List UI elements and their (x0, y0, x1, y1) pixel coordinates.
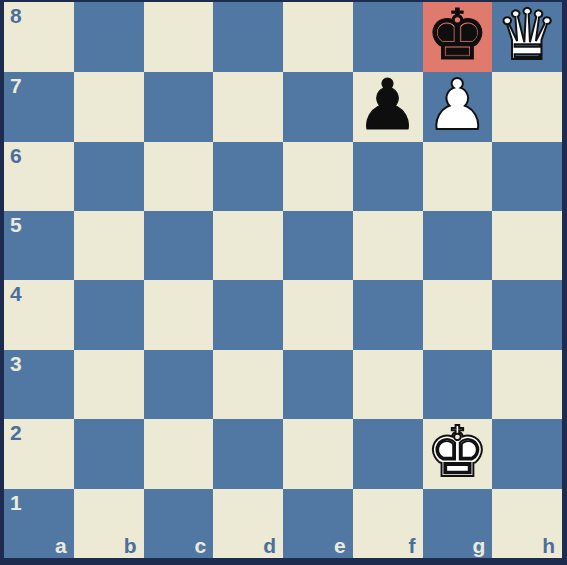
square-g5[interactable] (423, 211, 493, 280)
square-h5[interactable] (492, 211, 562, 280)
square-d2[interactable] (213, 419, 283, 489)
square-d7[interactable] (213, 72, 283, 142)
square-c2[interactable] (144, 419, 214, 489)
square-g4[interactable] (423, 280, 493, 349)
square-h2[interactable] (492, 419, 562, 489)
chess-app: 8♚♛7♟♟65432♚1abcdefgh (0, 0, 567, 565)
square-g8[interactable]: ♚ (423, 2, 493, 72)
rank-label-4: 4 (10, 282, 22, 305)
square-c5[interactable] (144, 211, 214, 280)
square-b7[interactable] (74, 72, 144, 142)
square-c3[interactable] (144, 350, 214, 419)
square-b2[interactable] (74, 419, 144, 489)
square-h7[interactable] (492, 72, 562, 142)
square-b5[interactable] (74, 211, 144, 280)
square-f1[interactable]: f (353, 489, 423, 558)
square-a5[interactable]: 5 (4, 211, 74, 280)
rank-label-1: 1 (10, 491, 22, 514)
square-e8[interactable] (283, 2, 353, 72)
square-d6[interactable] (213, 142, 283, 211)
square-b8[interactable] (74, 2, 144, 72)
square-b1[interactable]: b (74, 489, 144, 558)
square-c1[interactable]: c (144, 489, 214, 558)
square-e5[interactable] (283, 211, 353, 280)
square-b3[interactable] (74, 350, 144, 419)
square-h1[interactable]: h (492, 489, 562, 558)
rank-label-8: 8 (10, 4, 22, 27)
square-a6[interactable]: 6 (4, 142, 74, 211)
file-label-e: e (334, 533, 346, 558)
square-f6[interactable] (353, 142, 423, 211)
square-a7[interactable]: 7 (4, 72, 74, 142)
file-label-b: b (124, 533, 137, 558)
square-a8[interactable]: 8 (4, 2, 74, 72)
square-c6[interactable] (144, 142, 214, 211)
piece-white-king[interactable]: ♚ (426, 417, 489, 487)
piece-white-pawn[interactable]: ♟ (426, 70, 489, 140)
square-b6[interactable] (74, 142, 144, 211)
piece-black-king[interactable]: ♚ (426, 0, 489, 70)
square-f7[interactable]: ♟ (353, 72, 423, 142)
square-d3[interactable] (213, 350, 283, 419)
square-f8[interactable] (353, 2, 423, 72)
square-c7[interactable] (144, 72, 214, 142)
square-e3[interactable] (283, 350, 353, 419)
square-h4[interactable] (492, 280, 562, 349)
piece-white-queen[interactable]: ♛ (496, 0, 559, 70)
square-a3[interactable]: 3 (4, 350, 74, 419)
square-g7[interactable]: ♟ (423, 72, 493, 142)
file-label-g: g (472, 533, 485, 558)
rank-label-5: 5 (10, 213, 22, 236)
square-e1[interactable]: e (283, 489, 353, 558)
square-g3[interactable] (423, 350, 493, 419)
square-h6[interactable] (492, 142, 562, 211)
file-label-a: a (55, 533, 67, 558)
square-c4[interactable] (144, 280, 214, 349)
square-g2[interactable]: ♚ (423, 419, 493, 489)
rank-label-3: 3 (10, 352, 22, 375)
square-c8[interactable] (144, 2, 214, 72)
file-label-c: c (195, 533, 207, 558)
board-frame: 8♚♛7♟♟65432♚1abcdefgh (0, 0, 567, 565)
square-d5[interactable] (213, 211, 283, 280)
square-e2[interactable] (283, 419, 353, 489)
square-e4[interactable] (283, 280, 353, 349)
square-a4[interactable]: 4 (4, 280, 74, 349)
square-e6[interactable] (283, 142, 353, 211)
square-a2[interactable]: 2 (4, 419, 74, 489)
square-g1[interactable]: g (423, 489, 493, 558)
square-a1[interactable]: 1a (4, 489, 74, 558)
rank-label-2: 2 (10, 421, 22, 444)
chess-board: 8♚♛7♟♟65432♚1abcdefgh (4, 2, 562, 558)
square-f4[interactable] (353, 280, 423, 349)
square-d1[interactable]: d (213, 489, 283, 558)
square-d8[interactable] (213, 2, 283, 72)
square-b4[interactable] (74, 280, 144, 349)
square-e7[interactable] (283, 72, 353, 142)
square-f2[interactable] (353, 419, 423, 489)
square-g6[interactable] (423, 142, 493, 211)
file-label-h: h (542, 533, 555, 558)
rank-label-7: 7 (10, 74, 22, 97)
rank-label-6: 6 (10, 144, 22, 167)
square-h8[interactable]: ♛ (492, 2, 562, 72)
square-d4[interactable] (213, 280, 283, 349)
piece-black-pawn[interactable]: ♟ (356, 70, 419, 140)
square-f5[interactable] (353, 211, 423, 280)
file-label-f: f (409, 533, 416, 558)
square-h3[interactable] (492, 350, 562, 419)
file-label-d: d (263, 533, 276, 558)
square-f3[interactable] (353, 350, 423, 419)
